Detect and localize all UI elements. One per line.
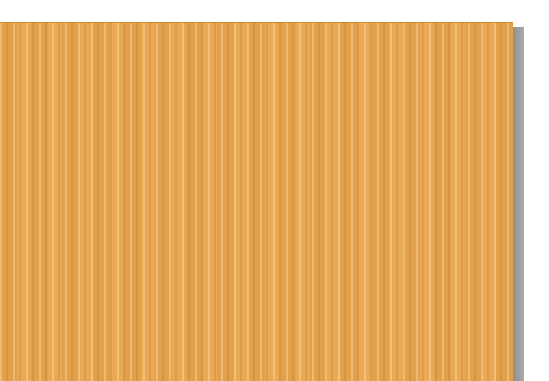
row-labels-strip [524,0,549,381]
board[interactable] [0,22,513,381]
board-edge-shadow [513,27,524,381]
go-diagram-screenshot [0,0,549,381]
column-labels-strip [0,0,549,22]
